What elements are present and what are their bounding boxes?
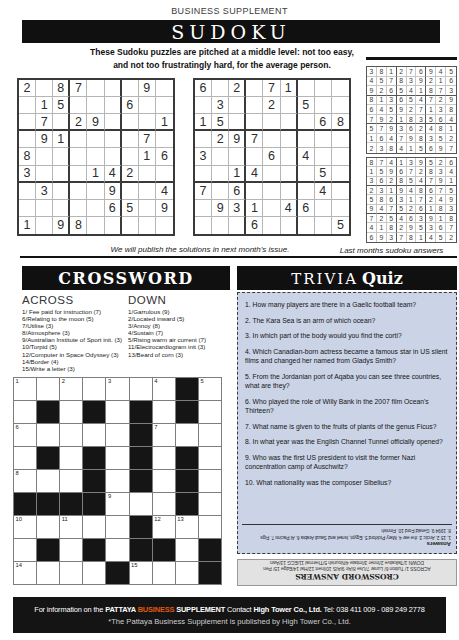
crossword-cell: 11	[60, 516, 82, 538]
crossword-cell	[199, 401, 221, 423]
sudoku-puzzle-grid-2: 627132515682973641457649314665	[193, 78, 351, 236]
sudoku-cell: 8	[397, 77, 407, 87]
sudoku-cell	[36, 200, 53, 217]
sudoku-cell: 4	[315, 183, 332, 200]
sudoku-cell	[332, 148, 349, 165]
sudoku-cell: 4	[426, 233, 436, 242]
footer-bar: For information on the PATTAYA BUSINESS …	[13, 597, 446, 633]
trivia-question: 2. The Kara Sea is an arm of which ocean…	[245, 316, 449, 325]
clue-item: 8/Atmosphere (3)	[22, 329, 124, 336]
sudoku-cell: 7	[446, 223, 456, 232]
sudoku-cell: 1	[36, 97, 53, 114]
crossword-clue-number: 4	[154, 378, 157, 384]
trivia-title-bold: Quiz	[362, 269, 403, 288]
sudoku-cell	[332, 200, 349, 217]
sudoku-cell	[298, 80, 315, 97]
crossword-cell	[199, 447, 221, 469]
sudoku-cell: 6	[377, 134, 387, 144]
crossword-cell	[83, 424, 105, 446]
sudoku-cell: 5	[397, 86, 407, 96]
crossword-cell	[83, 378, 105, 400]
crossword-cell: 9	[106, 493, 128, 515]
trivia-question: 1. How many players are there in a Gaeli…	[245, 300, 449, 309]
crossword-clue-number: 13	[177, 516, 183, 522]
sudoku-cell: 3	[36, 183, 53, 200]
crossword-clue-number: 7	[154, 424, 157, 430]
sudoku-cell: 5	[407, 96, 417, 106]
crossword-cell: 6	[14, 424, 36, 446]
sudoku-cell: 4	[446, 115, 456, 125]
crossword-cell	[153, 493, 175, 515]
sudoku-cell: 6	[263, 148, 280, 165]
sudoku-cell	[263, 200, 280, 217]
crossword-cell: 8	[14, 470, 36, 492]
sudoku-cell: 9	[139, 80, 156, 97]
down-clue-list: 1/Garrulous (9)2/Located inward (5)3/Ann…	[128, 308, 234, 358]
sudoku-cell: 8	[446, 105, 456, 115]
sudoku-cell: 6	[446, 158, 456, 167]
sudoku-cell	[332, 80, 349, 97]
crossword-answers-upside-down: CROSSWORD ANSWERS ACROSS 1/ Tuition 6/ L…	[238, 560, 456, 582]
sudoku-cell	[281, 183, 298, 200]
crossword-grid: 123456789101112131415	[13, 377, 222, 585]
sudoku-cell	[229, 97, 246, 114]
sudoku-cell	[195, 97, 212, 114]
crossword-clue-number: 8	[16, 470, 19, 476]
sudoku-cell: 2	[416, 167, 426, 176]
sudoku-cell: 9	[407, 134, 417, 144]
sudoku-cell: 6	[195, 80, 212, 97]
sudoku-cell: 7	[416, 195, 426, 204]
sudoku-cell: 5	[436, 134, 446, 144]
crossword-cell	[199, 470, 221, 492]
sudoku-cell: 3	[426, 134, 436, 144]
sudoku-cell: 1	[436, 77, 446, 87]
sudoku-cell	[263, 183, 280, 200]
trivia-answers-upside-down: Answers 1. 15 2. Arctic 3. the ear 4. Ma…	[243, 527, 451, 548]
answers-column-rule	[366, 57, 457, 60]
clue-item: 4/Sustain (7)	[128, 329, 234, 336]
sudoku-cell: 2	[407, 105, 417, 115]
sudoku-cell: 4	[407, 186, 417, 195]
crossword-black-cell	[130, 470, 152, 492]
sudoku-cell: 4	[156, 183, 173, 200]
sudoku-cell: 2	[426, 77, 436, 87]
sudoku-cell	[212, 148, 229, 165]
sudoku-cell: 5	[377, 77, 387, 87]
sudoku-cell: 6	[426, 186, 436, 195]
sudoku-cell: 3	[19, 166, 36, 183]
sudoku-cell: 9	[212, 200, 229, 217]
sudoku-cell: 8	[70, 217, 87, 234]
crossword-black-cell	[83, 401, 105, 423]
sudoku-cell: 6	[367, 233, 377, 242]
sudoku-cell: 4	[397, 143, 407, 153]
sudoku-cell: 7	[436, 186, 446, 195]
crossword-cell: 2	[60, 378, 82, 400]
sudoku-cell: 6	[298, 200, 315, 217]
sudoku-cell	[332, 183, 349, 200]
sudoku-cell	[19, 131, 36, 148]
sudoku-cell: 8	[367, 158, 377, 167]
sudoku-cell: 3	[446, 205, 456, 214]
sudoku-cell: 3	[387, 233, 397, 242]
sudoku-cell: 4	[426, 124, 436, 134]
sudoku-cell	[195, 166, 212, 183]
sudoku-cell: 9	[367, 205, 377, 214]
sudoku-cell: 4	[436, 195, 446, 204]
sudoku-cell: 6	[105, 200, 122, 217]
sudoku-cell: 1	[426, 105, 436, 115]
sudoku-cell	[70, 97, 87, 114]
crossword-cell	[153, 401, 175, 423]
sudoku-cell	[122, 131, 139, 148]
crossword-black-cell	[130, 447, 152, 469]
sudoku-cell: 9	[446, 96, 456, 106]
sudoku-cell	[281, 217, 298, 234]
sudoku-cell: 5	[298, 97, 315, 114]
sudoku-cell: 9	[377, 233, 387, 242]
sudoku-cell: 1	[387, 67, 397, 77]
crossword-cell: 4	[153, 378, 175, 400]
crossword-cell: 3	[106, 378, 128, 400]
sudoku-cell: 7	[70, 80, 87, 97]
sudoku-cell: 2	[416, 124, 426, 134]
trivia-title-regular: TRIVIA	[291, 270, 358, 288]
crossword-black-cell	[176, 401, 198, 423]
sudoku-cell	[70, 166, 87, 183]
sudoku-cell: 9	[377, 115, 387, 125]
trivia-question: 3. In which part of the body would you f…	[245, 331, 449, 340]
sudoku-cell	[87, 131, 104, 148]
sudoku-cell: 8	[377, 67, 387, 77]
crossword-answers-title: CROSSWORD ANSWERS	[238, 572, 456, 581]
sudoku-cell: 6	[122, 97, 139, 114]
crossword-black-cell	[37, 401, 59, 423]
sudoku-cell: 8	[332, 114, 349, 131]
puzzle-page: BUSINESS SUPPLEMENT SUDOKU These Sudoku …	[0, 0, 459, 640]
sudoku-cell: 2	[70, 114, 87, 131]
sudoku-cell	[212, 166, 229, 183]
sudoku-cell: 3	[416, 115, 426, 125]
crossword-clue-number: 14	[16, 562, 22, 568]
trivia-question: 8. In what year was the English Channel …	[245, 437, 449, 446]
sudoku-cell: 5	[397, 205, 407, 214]
trivia-section-title: TRIVIAQuiz	[237, 266, 457, 290]
sudoku-cell: 2	[446, 134, 456, 144]
crossword-cell	[153, 470, 175, 492]
sudoku-cell	[246, 97, 263, 114]
sudoku-cell	[36, 148, 53, 165]
sudoku-cell: 1	[446, 177, 456, 186]
sudoku-cell	[156, 166, 173, 183]
sudoku-cell	[122, 183, 139, 200]
sudoku-cell: 7	[426, 177, 436, 186]
sudoku-cell: 7	[263, 80, 280, 97]
sudoku-cell	[298, 131, 315, 148]
footer-tel: Tel: 038 411 009 - 089 249 2778	[322, 605, 425, 614]
sudoku-cell: 3	[416, 214, 426, 223]
crossword-cell	[176, 424, 198, 446]
sudoku-cell	[105, 97, 122, 114]
sudoku-cell: 1	[367, 167, 377, 176]
sudoku-cell	[122, 217, 139, 234]
sudoku-cell: 9	[436, 143, 446, 153]
sudoku-cell: 1	[377, 223, 387, 232]
sudoku-cell: 4	[367, 77, 377, 87]
sudoku-cell	[212, 183, 229, 200]
sudoku-cell: 9	[229, 131, 246, 148]
sudoku-cell: 5	[53, 97, 70, 114]
trivia-answers-line1: 1. 15 2. Arctic 3. the ear 4. Mary Pickf…	[243, 533, 451, 539]
sudoku-answer-grid-2: 8741395261596728343628547912319486755863…	[366, 157, 457, 243]
sudoku-cell	[105, 80, 122, 97]
sudoku-cell: 7	[407, 67, 417, 77]
sudoku-cell: 6	[416, 67, 426, 77]
sudoku-cell	[263, 217, 280, 234]
sudoku-cell: 2	[212, 131, 229, 148]
footer-prefix: For information on the	[34, 605, 105, 614]
sudoku-cell	[315, 97, 332, 114]
trivia-question: 6. Who played the role of Willy Bank in …	[245, 397, 449, 415]
sudoku-cell: 8	[416, 186, 426, 195]
sudoku-cell: 1	[446, 124, 456, 134]
sudoku-cell: 8	[407, 233, 417, 242]
sudoku-cell	[263, 166, 280, 183]
sudoku-cell	[263, 114, 280, 131]
crossword-cell	[130, 493, 152, 515]
sudoku-cell	[139, 97, 156, 114]
sudoku-cell: 3	[195, 148, 212, 165]
crossword-black-cell	[37, 539, 59, 561]
sudoku-cell: 3	[446, 86, 456, 96]
sudoku-cell: 5	[367, 124, 377, 134]
sudoku-cell	[105, 131, 122, 148]
sudoku-cell: 5	[416, 143, 426, 153]
sudoku-cell	[315, 131, 332, 148]
crossword-clue-number: 12	[154, 516, 160, 522]
sudoku-cell: 1	[426, 205, 436, 214]
sudoku-cell: 5	[377, 167, 387, 176]
crossword-clue-number: 3	[108, 378, 111, 384]
crossword-section-title: CROSSWORD	[22, 266, 230, 290]
sudoku-cell: 5	[446, 67, 456, 77]
sudoku-cell	[87, 217, 104, 234]
sudoku-cell: 3	[397, 124, 407, 134]
sudoku-puzzle-grid-1: 287915672919178163142394659198	[17, 78, 175, 236]
sudoku-cell: 2	[19, 80, 36, 97]
crossword-clue-number: 5	[200, 378, 203, 384]
sudoku-cell: 6	[446, 77, 456, 87]
sudoku-cell	[139, 200, 156, 217]
footer-contact-label: Contact	[227, 605, 253, 614]
brand-supplement: SUPPLEMENT	[174, 605, 227, 614]
sudoku-cell: 4	[377, 205, 387, 214]
sudoku-cell: 4	[416, 96, 426, 106]
sudoku-cell	[281, 131, 298, 148]
crossword-cell	[199, 424, 221, 446]
sudoku-cell: 9	[53, 217, 70, 234]
down-heading: DOWN	[128, 294, 166, 306]
sudoku-cell: 9	[436, 177, 446, 186]
sudoku-cell: 5	[436, 233, 446, 242]
sudoku-cell	[70, 148, 87, 165]
sudoku-cell: 6	[397, 167, 407, 176]
sudoku-cell	[53, 166, 70, 183]
sudoku-cell	[70, 183, 87, 200]
crossword-cell	[199, 493, 221, 515]
sudoku-cell: 2	[387, 115, 397, 125]
sudoku-cell: 7	[407, 167, 417, 176]
trivia-question: 10. What nationality was the composer Si…	[245, 478, 449, 487]
sudoku-cell: 9	[367, 86, 377, 96]
sudoku-cell: 8	[426, 167, 436, 176]
sudoku-cell: 3	[377, 143, 387, 153]
sudoku-cell: 2	[229, 80, 246, 97]
sudoku-cell: 8	[19, 148, 36, 165]
sudoku-cell: 9	[397, 105, 407, 115]
sudoku-cell: 7	[416, 105, 426, 115]
sudoku-answer-grid-1: 3812769454578392169265418738136547296459…	[366, 66, 457, 154]
crossword-black-cell	[37, 447, 59, 469]
sudoku-cell: 7	[436, 86, 446, 96]
crossword-cell	[60, 401, 82, 423]
sudoku-cell: 5	[367, 195, 377, 204]
footer-publisher-line: *The Pattaya Business Supplement is publ…	[13, 617, 446, 626]
crossword-cell	[106, 539, 128, 561]
crossword-cell	[176, 562, 198, 584]
sudoku-cell: 3	[387, 96, 397, 106]
crossword-black-cell	[130, 424, 152, 446]
sudoku-cell: 9	[387, 124, 397, 134]
sudoku-cell: 8	[426, 86, 436, 96]
last-month-answers-note: Last months sudoku answers	[328, 246, 455, 255]
sudoku-cell	[122, 80, 139, 97]
clue-item: 3/Annoy (8)	[128, 322, 234, 329]
sudoku-cell: 7	[367, 214, 377, 223]
sudoku-cell: 9	[446, 195, 456, 204]
sudoku-cell: 9	[387, 167, 397, 176]
sudoku-cell	[281, 114, 298, 131]
crossword-cell	[83, 562, 105, 584]
sudoku-cell: 7	[387, 205, 397, 214]
sudoku-cell	[87, 97, 104, 114]
across-clue-list: 1/ Fee paid for instruction (7)6/Relatin…	[22, 308, 124, 372]
sudoku-cell: 6	[426, 143, 436, 153]
crossword-cell	[60, 447, 82, 469]
sudoku-cell	[156, 80, 173, 97]
sudoku-cell: 7	[377, 158, 387, 167]
crossword-cell	[176, 539, 198, 561]
sudoku-cell: 6	[436, 223, 446, 232]
sudoku-cell: 7	[397, 233, 407, 242]
sudoku-cell	[53, 183, 70, 200]
sudoku-cell: 6	[407, 214, 417, 223]
sudoku-cell: 1	[195, 114, 212, 131]
crossword-cell	[106, 516, 128, 538]
sudoku-cell: 8	[387, 143, 397, 153]
sudoku-cell: 2	[397, 223, 407, 232]
sudoku-cell	[53, 148, 70, 165]
sudoku-cell: 4	[246, 166, 263, 183]
sudoku-cell: 9	[156, 200, 173, 217]
clue-item: 6/Relating to the moon (5)	[22, 315, 124, 322]
sudoku-cell: 7	[387, 77, 397, 87]
sudoku-cell: 2	[426, 195, 436, 204]
sudoku-cell: 5	[416, 223, 426, 232]
sudoku-cell	[70, 200, 87, 217]
sudoku-cell: 4	[397, 214, 407, 223]
trivia-answers-heading: Answers	[243, 540, 451, 548]
footer-company: High Tower Co., Ltd.	[253, 605, 321, 614]
sudoku-cell: 3	[229, 200, 246, 217]
crossword-black-cell	[153, 539, 175, 561]
sudoku-cell: 2	[436, 96, 446, 106]
sudoku-cell	[156, 131, 173, 148]
sudoku-cell: 1	[229, 166, 246, 183]
sudoku-cell: 6	[315, 114, 332, 131]
crossword-clue-number: 2	[62, 378, 65, 384]
crossword-black-cell	[60, 493, 82, 515]
sudoku-cell	[315, 200, 332, 217]
sudoku-cell	[19, 114, 36, 131]
sudoku-cell: 7	[426, 96, 436, 106]
sudoku-cell: 7	[367, 115, 377, 125]
crossword-cell: 14	[14, 562, 36, 584]
clue-item: 9/Australian Institute of Sport init. (3…	[22, 336, 124, 343]
sudoku-cell: 6	[436, 115, 446, 125]
sudoku-cell: 9	[426, 67, 436, 77]
sudoku-cell	[246, 183, 263, 200]
sudoku-cell	[315, 148, 332, 165]
sudoku-cell: 1	[416, 233, 426, 242]
sudoku-cell	[156, 97, 173, 114]
sudoku-cell	[36, 217, 53, 234]
crossword-answers-across: ACROSS 1/ Tuition 6/ Lunar 7/Use 8/Air 9…	[238, 566, 456, 572]
sudoku-cell	[53, 114, 70, 131]
crossword-clue-number: 15	[131, 562, 137, 568]
sudoku-cell	[87, 148, 104, 165]
sudoku-cell: 8	[53, 80, 70, 97]
sudoku-cell: 5	[122, 200, 139, 217]
crossword-black-cell	[199, 539, 221, 561]
clue-item: 12/Computer in Space Odyssey (3)	[22, 351, 124, 358]
crossword-cell	[106, 424, 128, 446]
sudoku-cell	[105, 148, 122, 165]
sudoku-cell: 1	[87, 166, 104, 183]
sudoku-cell	[229, 148, 246, 165]
sudoku-cell: 6	[397, 96, 407, 106]
sudoku-cell	[122, 148, 139, 165]
crossword-black-cell	[176, 447, 198, 469]
sudoku-cell: 1	[397, 158, 407, 167]
clue-item: 1/ Fee paid for instruction (7)	[22, 308, 124, 315]
sudoku-cell	[70, 131, 87, 148]
crossword-clue-number: 11	[62, 516, 68, 522]
sudoku-cell	[87, 200, 104, 217]
sudoku-cell	[195, 131, 212, 148]
sudoku-cell: 1	[53, 131, 70, 148]
sudoku-cell	[332, 131, 349, 148]
sudoku-cell: 6	[246, 217, 263, 234]
sudoku-cell	[122, 114, 139, 131]
sudoku-cell: 3	[407, 158, 417, 167]
trivia-question: 5. From the Jordanian port of Aqaba you …	[245, 372, 449, 390]
sudoku-cell	[36, 80, 53, 97]
sudoku-cell	[156, 217, 173, 234]
solutions-note: We will publish the solutions in next mo…	[30, 245, 370, 254]
sudoku-cell: 2	[367, 186, 377, 195]
